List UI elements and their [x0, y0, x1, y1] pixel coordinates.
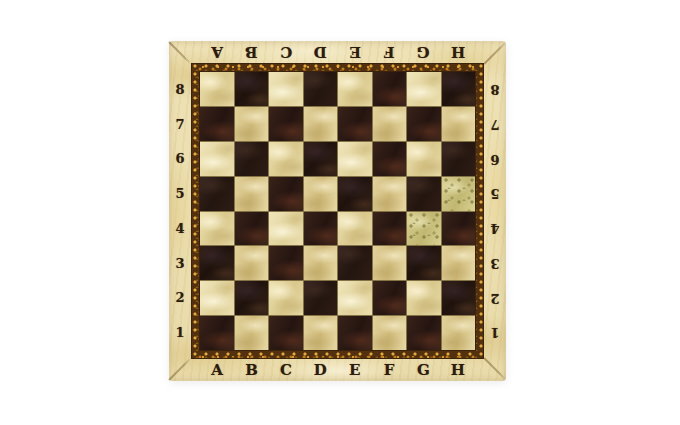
file-label: A — [200, 41, 234, 63]
square-d5[interactable] — [304, 177, 338, 211]
square-f3[interactable] — [373, 246, 407, 280]
rank-label: 6 — [169, 142, 191, 177]
square-c6[interactable] — [269, 142, 303, 176]
file-label: E — [338, 41, 372, 63]
rank-labels-right: 87654321 — [484, 72, 506, 350]
square-e1[interactable] — [338, 316, 372, 350]
rank-labels-left: 87654321 — [169, 72, 191, 350]
file-labels-bottom: ABCDEFGH — [200, 359, 475, 381]
square-g3[interactable] — [407, 246, 441, 280]
rank-label: 1 — [484, 315, 506, 350]
file-label: A — [200, 359, 234, 381]
square-f2[interactable] — [373, 281, 407, 315]
square-g2[interactable] — [407, 281, 441, 315]
square-g7[interactable] — [407, 107, 441, 141]
square-a6[interactable] — [200, 142, 234, 176]
square-b3[interactable] — [235, 246, 269, 280]
square-b4[interactable] — [235, 212, 269, 246]
square-e6[interactable] — [338, 142, 372, 176]
rank-label: 4 — [484, 211, 506, 246]
square-f6[interactable] — [373, 142, 407, 176]
square-h1[interactable] — [442, 316, 476, 350]
square-c8[interactable] — [269, 72, 303, 106]
frame-miter-seam — [168, 41, 191, 64]
file-labels-top: ABCDEFGH — [200, 41, 475, 63]
square-c3[interactable] — [269, 246, 303, 280]
square-f7[interactable] — [373, 107, 407, 141]
square-h2[interactable] — [442, 281, 476, 315]
square-b8[interactable] — [235, 72, 269, 106]
square-g1[interactable] — [407, 316, 441, 350]
rank-label: 6 — [484, 142, 506, 177]
square-a2[interactable] — [200, 281, 234, 315]
file-label: E — [338, 359, 372, 381]
square-d1[interactable] — [304, 316, 338, 350]
square-c7[interactable] — [269, 107, 303, 141]
square-c5[interactable] — [269, 177, 303, 211]
square-f8[interactable] — [373, 72, 407, 106]
square-e2[interactable] — [338, 281, 372, 315]
square-c1[interactable] — [269, 316, 303, 350]
rank-label: 3 — [484, 246, 506, 281]
square-h5[interactable] — [442, 177, 476, 211]
square-b2[interactable] — [235, 281, 269, 315]
rank-label: 5 — [484, 176, 506, 211]
rank-label: 7 — [169, 107, 191, 142]
square-e8[interactable] — [338, 72, 372, 106]
square-d4[interactable] — [304, 212, 338, 246]
square-b5[interactable] — [235, 177, 269, 211]
file-label: B — [234, 41, 268, 63]
frame-miter-seam — [483, 357, 506, 380]
square-f5[interactable] — [373, 177, 407, 211]
rank-label: 7 — [484, 107, 506, 142]
square-b1[interactable] — [235, 316, 269, 350]
square-c2[interactable] — [269, 281, 303, 315]
file-label: F — [372, 359, 406, 381]
square-a1[interactable] — [200, 316, 234, 350]
square-f4[interactable] — [373, 212, 407, 246]
square-d3[interactable] — [304, 246, 338, 280]
square-g8[interactable] — [407, 72, 441, 106]
frame-miter-seam — [168, 357, 191, 380]
square-g4[interactable] — [407, 212, 441, 246]
square-h8[interactable] — [442, 72, 476, 106]
file-label: H — [441, 359, 475, 381]
square-f1[interactable] — [373, 316, 407, 350]
rank-label: 5 — [169, 176, 191, 211]
square-a7[interactable] — [200, 107, 234, 141]
rank-label: 8 — [169, 72, 191, 107]
square-d2[interactable] — [304, 281, 338, 315]
file-label: C — [269, 41, 303, 63]
square-d6[interactable] — [304, 142, 338, 176]
rank-label: 4 — [169, 211, 191, 246]
file-label: H — [441, 41, 475, 63]
square-a4[interactable] — [200, 212, 234, 246]
rank-label: 8 — [484, 72, 506, 107]
square-b6[interactable] — [235, 142, 269, 176]
square-g5[interactable] — [407, 177, 441, 211]
square-b7[interactable] — [235, 107, 269, 141]
frame-miter-seam — [483, 41, 506, 64]
square-e7[interactable] — [338, 107, 372, 141]
rank-label: 1 — [169, 315, 191, 350]
file-label: G — [406, 359, 440, 381]
file-label: D — [303, 359, 337, 381]
photo-background: ABCDEFGH ABCDEFGH 87654321 87654321 — [0, 0, 680, 425]
rank-label: 3 — [169, 246, 191, 281]
square-d8[interactable] — [304, 72, 338, 106]
square-a5[interactable] — [200, 177, 234, 211]
square-h6[interactable] — [442, 142, 476, 176]
file-label: D — [303, 41, 337, 63]
rank-label: 2 — [169, 281, 191, 316]
square-h7[interactable] — [442, 107, 476, 141]
chess-board: ABCDEFGH ABCDEFGH 87654321 87654321 — [169, 41, 506, 381]
board-squares — [199, 71, 476, 351]
file-label: G — [406, 41, 440, 63]
file-label: C — [269, 359, 303, 381]
square-d7[interactable] — [304, 107, 338, 141]
file-label: F — [372, 41, 406, 63]
square-e4[interactable] — [338, 212, 372, 246]
square-h3[interactable] — [442, 246, 476, 280]
square-h4[interactable] — [442, 212, 476, 246]
rank-label: 2 — [484, 281, 506, 316]
square-a3[interactable] — [200, 246, 234, 280]
square-e5[interactable] — [338, 177, 372, 211]
square-c4[interactable] — [269, 212, 303, 246]
square-g6[interactable] — [407, 142, 441, 176]
square-e3[interactable] — [338, 246, 372, 280]
file-label: B — [234, 359, 268, 381]
square-a8[interactable] — [200, 72, 234, 106]
